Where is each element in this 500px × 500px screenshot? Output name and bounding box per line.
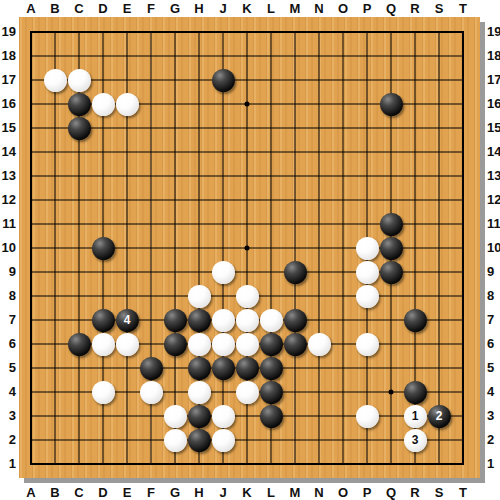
intersection-M16[interactable] [283,92,307,116]
intersection-G15[interactable] [163,116,187,140]
intersection-B4[interactable] [43,380,67,404]
intersection-G10[interactable] [163,236,187,260]
intersection-D3[interactable] [91,404,115,428]
intersection-E16[interactable] [115,92,139,116]
intersection-M3[interactable] [283,404,307,428]
intersection-O7[interactable] [331,308,355,332]
intersection-C8[interactable] [67,284,91,308]
intersection-T2[interactable] [451,428,475,452]
intersection-H1[interactable] [187,452,211,476]
intersection-K17[interactable] [235,68,259,92]
intersection-N1[interactable] [307,452,331,476]
intersection-M13[interactable] [283,164,307,188]
intersection-L1[interactable] [259,452,283,476]
intersection-T17[interactable] [451,68,475,92]
intersection-C10[interactable] [67,236,91,260]
intersection-F5[interactable] [139,356,163,380]
intersection-J12[interactable] [211,188,235,212]
intersection-N2[interactable] [307,428,331,452]
intersection-P12[interactable] [355,188,379,212]
intersection-A3[interactable] [19,404,43,428]
intersection-M7[interactable] [283,308,307,332]
intersection-C7[interactable] [67,308,91,332]
intersection-F16[interactable] [139,92,163,116]
intersection-Q2[interactable] [379,428,403,452]
intersection-R16[interactable] [403,92,427,116]
intersection-L8[interactable] [259,284,283,308]
intersection-Q12[interactable] [379,188,403,212]
intersection-F11[interactable] [139,212,163,236]
intersection-J7[interactable] [211,308,235,332]
intersection-N17[interactable] [307,68,331,92]
intersection-P6[interactable] [355,332,379,356]
intersection-P7[interactable] [355,308,379,332]
intersection-D18[interactable] [91,44,115,68]
intersection-S6[interactable] [427,332,451,356]
intersection-T4[interactable] [451,380,475,404]
intersection-M17[interactable] [283,68,307,92]
intersection-H14[interactable] [187,140,211,164]
intersection-H16[interactable] [187,92,211,116]
intersection-G17[interactable] [163,68,187,92]
intersection-C14[interactable] [67,140,91,164]
intersection-T11[interactable] [451,212,475,236]
intersection-R11[interactable] [403,212,427,236]
intersection-B14[interactable] [43,140,67,164]
intersection-A8[interactable] [19,284,43,308]
intersection-R12[interactable] [403,188,427,212]
intersection-F18[interactable] [139,44,163,68]
intersection-B16[interactable] [43,92,67,116]
intersection-L12[interactable] [259,188,283,212]
intersection-T1[interactable] [451,452,475,476]
intersection-N3[interactable] [307,404,331,428]
intersection-F7[interactable] [139,308,163,332]
intersection-S13[interactable] [427,164,451,188]
intersection-H19[interactable] [187,20,211,44]
intersection-Q4[interactable] [379,380,403,404]
intersection-E7[interactable]: 4 [115,308,139,332]
intersection-E10[interactable] [115,236,139,260]
intersection-T5[interactable] [451,356,475,380]
intersection-R5[interactable] [403,356,427,380]
intersection-J16[interactable] [211,92,235,116]
intersection-B8[interactable] [43,284,67,308]
intersection-O13[interactable] [331,164,355,188]
intersection-M4[interactable] [283,380,307,404]
intersection-G4[interactable] [163,380,187,404]
intersection-L17[interactable] [259,68,283,92]
intersection-B18[interactable] [43,44,67,68]
intersection-C6[interactable] [67,332,91,356]
intersection-C16[interactable] [67,92,91,116]
intersection-O12[interactable] [331,188,355,212]
intersection-L15[interactable] [259,116,283,140]
intersection-D6[interactable] [91,332,115,356]
intersection-N19[interactable] [307,20,331,44]
intersection-P11[interactable] [355,212,379,236]
intersection-Q1[interactable] [379,452,403,476]
intersection-K14[interactable] [235,140,259,164]
intersection-G3[interactable] [163,404,187,428]
intersection-H12[interactable] [187,188,211,212]
intersection-T6[interactable] [451,332,475,356]
intersection-Q10[interactable] [379,236,403,260]
intersection-C17[interactable] [67,68,91,92]
intersection-O6[interactable] [331,332,355,356]
intersection-D5[interactable] [91,356,115,380]
intersection-O5[interactable] [331,356,355,380]
intersection-B12[interactable] [43,188,67,212]
intersection-O1[interactable] [331,452,355,476]
intersection-P18[interactable] [355,44,379,68]
intersection-F9[interactable] [139,260,163,284]
intersection-R10[interactable] [403,236,427,260]
intersection-C12[interactable] [67,188,91,212]
intersection-Q5[interactable] [379,356,403,380]
intersection-T12[interactable] [451,188,475,212]
intersection-K10[interactable] [235,236,259,260]
intersection-C11[interactable] [67,212,91,236]
intersection-G13[interactable] [163,164,187,188]
intersection-A10[interactable] [19,236,43,260]
intersection-D17[interactable] [91,68,115,92]
intersection-E14[interactable] [115,140,139,164]
intersection-D2[interactable] [91,428,115,452]
intersection-Q8[interactable] [379,284,403,308]
intersection-R19[interactable] [403,20,427,44]
intersection-E18[interactable] [115,44,139,68]
intersection-B11[interactable] [43,212,67,236]
intersection-R4[interactable] [403,380,427,404]
intersection-C1[interactable] [67,452,91,476]
intersection-C15[interactable] [67,116,91,140]
intersection-J8[interactable] [211,284,235,308]
intersection-T15[interactable] [451,116,475,140]
intersection-H13[interactable] [187,164,211,188]
intersection-R17[interactable] [403,68,427,92]
intersection-E8[interactable] [115,284,139,308]
intersection-R15[interactable] [403,116,427,140]
intersection-E13[interactable] [115,164,139,188]
intersection-K4[interactable] [235,380,259,404]
intersection-H7[interactable] [187,308,211,332]
intersection-S16[interactable] [427,92,451,116]
intersection-D14[interactable] [91,140,115,164]
intersection-K9[interactable] [235,260,259,284]
intersection-K2[interactable] [235,428,259,452]
intersection-G7[interactable] [163,308,187,332]
intersection-K11[interactable] [235,212,259,236]
intersection-D9[interactable] [91,260,115,284]
intersection-N12[interactable] [307,188,331,212]
intersection-G6[interactable] [163,332,187,356]
intersection-D1[interactable] [91,452,115,476]
intersection-J18[interactable] [211,44,235,68]
intersection-F6[interactable] [139,332,163,356]
intersection-F12[interactable] [139,188,163,212]
intersection-J14[interactable] [211,140,235,164]
intersection-J4[interactable] [211,380,235,404]
intersection-K16[interactable] [235,92,259,116]
intersection-E2[interactable] [115,428,139,452]
intersection-G16[interactable] [163,92,187,116]
intersection-O19[interactable] [331,20,355,44]
intersection-L9[interactable] [259,260,283,284]
intersection-M14[interactable] [283,140,307,164]
intersection-P19[interactable] [355,20,379,44]
intersection-P15[interactable] [355,116,379,140]
intersection-H5[interactable] [187,356,211,380]
intersection-S18[interactable] [427,44,451,68]
intersection-S7[interactable] [427,308,451,332]
intersection-O18[interactable] [331,44,355,68]
intersection-E6[interactable] [115,332,139,356]
intersection-C18[interactable] [67,44,91,68]
intersection-D15[interactable] [91,116,115,140]
intersection-F14[interactable] [139,140,163,164]
intersection-Q19[interactable] [379,20,403,44]
intersection-N14[interactable] [307,140,331,164]
intersection-J3[interactable] [211,404,235,428]
intersection-F10[interactable] [139,236,163,260]
intersection-T7[interactable] [451,308,475,332]
intersection-N7[interactable] [307,308,331,332]
intersection-L10[interactable] [259,236,283,260]
intersection-R13[interactable] [403,164,427,188]
intersection-E19[interactable] [115,20,139,44]
intersection-A11[interactable] [19,212,43,236]
intersection-H11[interactable] [187,212,211,236]
intersection-P13[interactable] [355,164,379,188]
intersection-Q17[interactable] [379,68,403,92]
intersection-H15[interactable] [187,116,211,140]
intersection-P1[interactable] [355,452,379,476]
intersection-G8[interactable] [163,284,187,308]
intersection-Q13[interactable] [379,164,403,188]
intersection-R1[interactable] [403,452,427,476]
intersection-B3[interactable] [43,404,67,428]
intersection-T9[interactable] [451,260,475,284]
intersection-S17[interactable] [427,68,451,92]
intersection-A6[interactable] [19,332,43,356]
intersection-E12[interactable] [115,188,139,212]
intersection-D19[interactable] [91,20,115,44]
intersection-O16[interactable] [331,92,355,116]
intersection-D11[interactable] [91,212,115,236]
intersection-E15[interactable] [115,116,139,140]
intersection-K1[interactable] [235,452,259,476]
intersection-B1[interactable] [43,452,67,476]
intersection-J13[interactable] [211,164,235,188]
intersection-N10[interactable] [307,236,331,260]
intersection-L11[interactable] [259,212,283,236]
intersection-K12[interactable] [235,188,259,212]
intersection-G5[interactable] [163,356,187,380]
intersection-D8[interactable] [91,284,115,308]
intersection-O17[interactable] [331,68,355,92]
intersection-L6[interactable] [259,332,283,356]
intersection-M8[interactable] [283,284,307,308]
intersection-L4[interactable] [259,380,283,404]
intersection-A17[interactable] [19,68,43,92]
intersection-O4[interactable] [331,380,355,404]
intersection-T19[interactable] [451,20,475,44]
intersection-N4[interactable] [307,380,331,404]
intersection-Q9[interactable] [379,260,403,284]
intersection-J11[interactable] [211,212,235,236]
intersection-B15[interactable] [43,116,67,140]
intersection-A1[interactable] [19,452,43,476]
intersection-K6[interactable] [235,332,259,356]
intersection-F19[interactable] [139,20,163,44]
intersection-J17[interactable] [211,68,235,92]
intersection-J1[interactable] [211,452,235,476]
intersection-G2[interactable] [163,428,187,452]
intersection-L5[interactable] [259,356,283,380]
intersection-E1[interactable] [115,452,139,476]
intersection-P2[interactable] [355,428,379,452]
intersection-C2[interactable] [67,428,91,452]
intersection-A2[interactable] [19,428,43,452]
intersection-G1[interactable] [163,452,187,476]
intersection-L3[interactable] [259,404,283,428]
intersection-K7[interactable] [235,308,259,332]
intersection-P14[interactable] [355,140,379,164]
intersection-B19[interactable] [43,20,67,44]
intersection-K15[interactable] [235,116,259,140]
intersection-C13[interactable] [67,164,91,188]
intersection-C4[interactable] [67,380,91,404]
intersection-P3[interactable] [355,404,379,428]
intersection-B6[interactable] [43,332,67,356]
intersection-N8[interactable] [307,284,331,308]
intersection-N15[interactable] [307,116,331,140]
intersection-F15[interactable] [139,116,163,140]
intersection-F17[interactable] [139,68,163,92]
intersection-Q3[interactable] [379,404,403,428]
intersection-R7[interactable] [403,308,427,332]
intersection-Q18[interactable] [379,44,403,68]
intersection-T10[interactable] [451,236,475,260]
intersection-L19[interactable] [259,20,283,44]
intersection-A19[interactable] [19,20,43,44]
intersection-B9[interactable] [43,260,67,284]
intersection-F13[interactable] [139,164,163,188]
intersection-O8[interactable] [331,284,355,308]
intersection-S8[interactable] [427,284,451,308]
intersection-F1[interactable] [139,452,163,476]
intersection-S15[interactable] [427,116,451,140]
intersection-A7[interactable] [19,308,43,332]
intersection-K3[interactable] [235,404,259,428]
intersection-A15[interactable] [19,116,43,140]
intersection-A14[interactable] [19,140,43,164]
intersection-T3[interactable] [451,404,475,428]
intersection-R6[interactable] [403,332,427,356]
intersection-P4[interactable] [355,380,379,404]
intersection-Q6[interactable] [379,332,403,356]
intersection-B17[interactable] [43,68,67,92]
intersection-S9[interactable] [427,260,451,284]
intersection-P8[interactable] [355,284,379,308]
intersection-N16[interactable] [307,92,331,116]
intersection-S19[interactable] [427,20,451,44]
intersection-T13[interactable] [451,164,475,188]
intersection-N6[interactable] [307,332,331,356]
intersection-D12[interactable] [91,188,115,212]
intersection-O11[interactable] [331,212,355,236]
intersection-R14[interactable] [403,140,427,164]
intersection-A18[interactable] [19,44,43,68]
intersection-K8[interactable] [235,284,259,308]
intersection-H10[interactable] [187,236,211,260]
intersection-R9[interactable] [403,260,427,284]
intersection-S11[interactable] [427,212,451,236]
intersection-N11[interactable] [307,212,331,236]
intersection-M2[interactable] [283,428,307,452]
intersection-D7[interactable] [91,308,115,332]
intersection-B7[interactable] [43,308,67,332]
intersection-M5[interactable] [283,356,307,380]
intersection-S1[interactable] [427,452,451,476]
intersection-H9[interactable] [187,260,211,284]
intersection-J15[interactable] [211,116,235,140]
intersection-P16[interactable] [355,92,379,116]
intersection-Q11[interactable] [379,212,403,236]
intersection-S14[interactable] [427,140,451,164]
intersection-H6[interactable] [187,332,211,356]
intersection-S5[interactable] [427,356,451,380]
intersection-B5[interactable] [43,356,67,380]
intersection-J5[interactable] [211,356,235,380]
intersection-T8[interactable] [451,284,475,308]
intersection-G19[interactable] [163,20,187,44]
intersection-O15[interactable] [331,116,355,140]
intersection-F8[interactable] [139,284,163,308]
intersection-A9[interactable] [19,260,43,284]
intersection-N13[interactable] [307,164,331,188]
intersection-M9[interactable] [283,260,307,284]
intersection-G12[interactable] [163,188,187,212]
intersection-F3[interactable] [139,404,163,428]
intersection-E9[interactable] [115,260,139,284]
intersection-H18[interactable] [187,44,211,68]
intersection-B2[interactable] [43,428,67,452]
intersection-H4[interactable] [187,380,211,404]
intersection-A12[interactable] [19,188,43,212]
intersection-G9[interactable] [163,260,187,284]
intersection-Q14[interactable] [379,140,403,164]
intersection-D10[interactable] [91,236,115,260]
intersection-S2[interactable] [427,428,451,452]
intersection-R8[interactable] [403,284,427,308]
intersection-P9[interactable] [355,260,379,284]
intersection-J2[interactable] [211,428,235,452]
intersection-G18[interactable] [163,44,187,68]
intersection-A16[interactable] [19,92,43,116]
intersection-L16[interactable] [259,92,283,116]
intersection-E4[interactable] [115,380,139,404]
intersection-M10[interactable] [283,236,307,260]
intersection-Q15[interactable] [379,116,403,140]
intersection-J9[interactable] [211,260,235,284]
intersection-G11[interactable] [163,212,187,236]
intersection-S3[interactable]: 2 [427,404,451,428]
intersection-P17[interactable] [355,68,379,92]
intersection-C9[interactable] [67,260,91,284]
intersection-E11[interactable] [115,212,139,236]
